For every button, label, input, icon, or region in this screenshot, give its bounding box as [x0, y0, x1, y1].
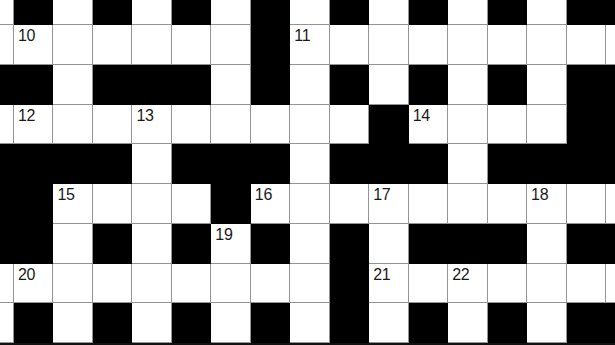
- white-cell[interactable]: [448, 144, 487, 184]
- clue-number: 10: [18, 28, 35, 44]
- white-cell[interactable]: [330, 105, 369, 145]
- white-cell[interactable]: [448, 65, 487, 105]
- clue-number: 18: [531, 187, 548, 203]
- white-cell[interactable]: [132, 144, 171, 184]
- clue-number: 15: [57, 187, 74, 203]
- white-cell[interactable]: [0, 25, 14, 65]
- black-cell: [211, 184, 250, 224]
- black-cell: [93, 144, 132, 184]
- white-cell[interactable]: [330, 25, 369, 65]
- black-cell: [14, 303, 53, 343]
- white-cell[interactable]: [93, 264, 132, 304]
- white-cell[interactable]: [290, 65, 329, 105]
- white-cell[interactable]: [211, 105, 250, 145]
- black-cell: [93, 224, 132, 264]
- black-cell: [251, 303, 290, 343]
- white-cell[interactable]: [290, 224, 329, 264]
- clue-number: 21: [373, 267, 390, 283]
- black-cell: [14, 224, 53, 264]
- white-cell[interactable]: [172, 25, 211, 65]
- black-cell: [14, 144, 53, 184]
- black-cell: [251, 0, 290, 25]
- black-cell: [567, 105, 606, 145]
- black-cell: [567, 65, 606, 105]
- clue-number: 14: [413, 108, 430, 124]
- white-cell[interactable]: 10: [14, 25, 53, 65]
- white-cell[interactable]: [290, 144, 329, 184]
- white-cell[interactable]: [290, 105, 329, 145]
- black-cell: [488, 303, 527, 343]
- white-cell[interactable]: 17: [369, 184, 408, 224]
- white-cell[interactable]: 16: [251, 184, 290, 224]
- white-cell[interactable]: [606, 25, 615, 65]
- white-cell[interactable]: [53, 303, 92, 343]
- white-cell[interactable]: [132, 264, 171, 304]
- white-cell[interactable]: [0, 264, 14, 304]
- white-cell[interactable]: [93, 105, 132, 145]
- clue-number: 12: [18, 108, 35, 124]
- black-cell: [172, 224, 211, 264]
- white-cell[interactable]: [369, 65, 408, 105]
- black-cell: [488, 0, 527, 25]
- white-cell[interactable]: [448, 303, 487, 343]
- clue-number: 11: [294, 28, 310, 44]
- white-cell[interactable]: 12: [14, 105, 53, 145]
- white-cell[interactable]: [448, 0, 487, 25]
- clue-number: 16: [255, 187, 272, 203]
- black-cell: [369, 105, 408, 145]
- black-cell: [567, 303, 606, 343]
- black-cell: [409, 224, 448, 264]
- black-cell: [0, 184, 14, 224]
- black-cell: [172, 65, 211, 105]
- white-cell[interactable]: [369, 224, 408, 264]
- white-cell[interactable]: [53, 25, 92, 65]
- black-cell: [251, 144, 290, 184]
- black-cell: [330, 303, 369, 343]
- white-cell[interactable]: [290, 264, 329, 304]
- white-cell[interactable]: [488, 264, 527, 304]
- black-cell: [0, 65, 14, 105]
- white-cell[interactable]: 20: [14, 264, 53, 304]
- black-cell: [567, 224, 606, 264]
- white-cell[interactable]: 15: [53, 184, 92, 224]
- black-cell: [251, 224, 290, 264]
- white-cell[interactable]: [172, 264, 211, 304]
- white-cell[interactable]: [527, 264, 566, 304]
- white-cell[interactable]: [53, 264, 92, 304]
- white-cell[interactable]: [211, 264, 250, 304]
- black-cell: [567, 144, 606, 184]
- black-cell: [172, 0, 211, 25]
- white-cell[interactable]: [527, 224, 566, 264]
- black-cell: [132, 65, 171, 105]
- white-cell[interactable]: 11: [290, 25, 329, 65]
- white-cell[interactable]: [53, 65, 92, 105]
- black-cell: [567, 0, 606, 25]
- white-cell[interactable]: [567, 184, 606, 224]
- clue-number: 19: [215, 227, 232, 243]
- black-cell: [606, 224, 615, 264]
- white-cell[interactable]: 21: [369, 264, 408, 304]
- white-cell[interactable]: [0, 303, 14, 343]
- white-cell[interactable]: [567, 264, 606, 304]
- black-cell: [330, 264, 369, 304]
- white-cell[interactable]: 13: [132, 105, 171, 145]
- white-cell[interactable]: [211, 0, 250, 25]
- white-cell[interactable]: [93, 25, 132, 65]
- black-cell: [251, 25, 290, 65]
- white-cell[interactable]: [448, 25, 487, 65]
- black-cell: [93, 0, 132, 25]
- black-cell: [606, 105, 615, 145]
- white-cell[interactable]: [409, 264, 448, 304]
- white-cell[interactable]: [53, 105, 92, 145]
- white-cell[interactable]: [527, 25, 566, 65]
- white-cell[interactable]: [369, 25, 408, 65]
- black-cell: [14, 184, 53, 224]
- white-cell[interactable]: [0, 0, 14, 25]
- black-cell: [409, 0, 448, 25]
- black-cell: [0, 224, 14, 264]
- white-cell[interactable]: [488, 184, 527, 224]
- white-cell[interactable]: [0, 105, 14, 145]
- black-cell: [448, 224, 487, 264]
- white-cell[interactable]: 19: [211, 224, 250, 264]
- clue-number: 20: [18, 267, 35, 283]
- crossword-grid: 10111213141516171819202122: [0, 0, 615, 345]
- white-cell[interactable]: [448, 184, 487, 224]
- white-cell[interactable]: [132, 0, 171, 25]
- black-cell: [330, 224, 369, 264]
- white-cell[interactable]: [527, 65, 566, 105]
- white-cell[interactable]: [409, 184, 448, 224]
- white-cell[interactable]: [132, 25, 171, 65]
- white-cell[interactable]: 22: [448, 264, 487, 304]
- black-cell: [409, 144, 448, 184]
- white-cell[interactable]: [330, 184, 369, 224]
- white-cell[interactable]: [527, 303, 566, 343]
- black-cell: [251, 65, 290, 105]
- black-cell: [0, 144, 14, 184]
- black-cell: [606, 144, 615, 184]
- white-cell[interactable]: [527, 0, 566, 25]
- black-cell: [330, 65, 369, 105]
- black-cell: [488, 144, 527, 184]
- white-cell[interactable]: [369, 303, 408, 343]
- white-cell[interactable]: [369, 0, 408, 25]
- black-cell: [606, 65, 615, 105]
- black-cell: [488, 224, 527, 264]
- white-cell[interactable]: [211, 65, 250, 105]
- black-cell: [14, 65, 53, 105]
- white-cell[interactable]: [290, 184, 329, 224]
- white-cell[interactable]: [606, 264, 615, 304]
- black-cell: [330, 144, 369, 184]
- white-cell[interactable]: [567, 25, 606, 65]
- white-cell[interactable]: 18: [527, 184, 566, 224]
- white-cell[interactable]: [488, 105, 527, 145]
- black-cell: [93, 65, 132, 105]
- clue-number: 13: [136, 108, 153, 124]
- white-cell[interactable]: [53, 224, 92, 264]
- black-cell: [527, 144, 566, 184]
- black-cell: [330, 0, 369, 25]
- black-cell: [606, 303, 615, 343]
- white-cell[interactable]: [527, 105, 566, 145]
- black-cell: [93, 303, 132, 343]
- white-cell[interactable]: 14: [409, 105, 448, 145]
- clue-number: 17: [373, 187, 390, 203]
- white-cell[interactable]: [251, 264, 290, 304]
- clue-number: 22: [452, 267, 469, 283]
- white-cell[interactable]: [488, 25, 527, 65]
- white-cell[interactable]: [172, 184, 211, 224]
- white-cell[interactable]: [290, 303, 329, 343]
- black-cell: [409, 303, 448, 343]
- black-cell: [14, 0, 53, 25]
- white-cell[interactable]: [251, 105, 290, 145]
- black-cell: [53, 144, 92, 184]
- white-cell[interactable]: [53, 0, 92, 25]
- white-cell[interactable]: [290, 0, 329, 25]
- black-cell: [172, 303, 211, 343]
- white-cell[interactable]: [211, 303, 250, 343]
- white-cell[interactable]: [132, 303, 171, 343]
- black-cell: [488, 65, 527, 105]
- black-cell: [211, 144, 250, 184]
- white-cell[interactable]: [172, 105, 211, 145]
- black-cell: [606, 0, 615, 25]
- black-cell: [172, 144, 211, 184]
- white-cell[interactable]: [409, 25, 448, 65]
- white-cell[interactable]: [132, 224, 171, 264]
- white-cell[interactable]: [93, 184, 132, 224]
- white-cell[interactable]: [132, 184, 171, 224]
- white-cell[interactable]: [448, 105, 487, 145]
- white-cell[interactable]: [211, 25, 250, 65]
- black-cell: [409, 65, 448, 105]
- white-cell[interactable]: [606, 184, 615, 224]
- black-cell: [369, 144, 408, 184]
